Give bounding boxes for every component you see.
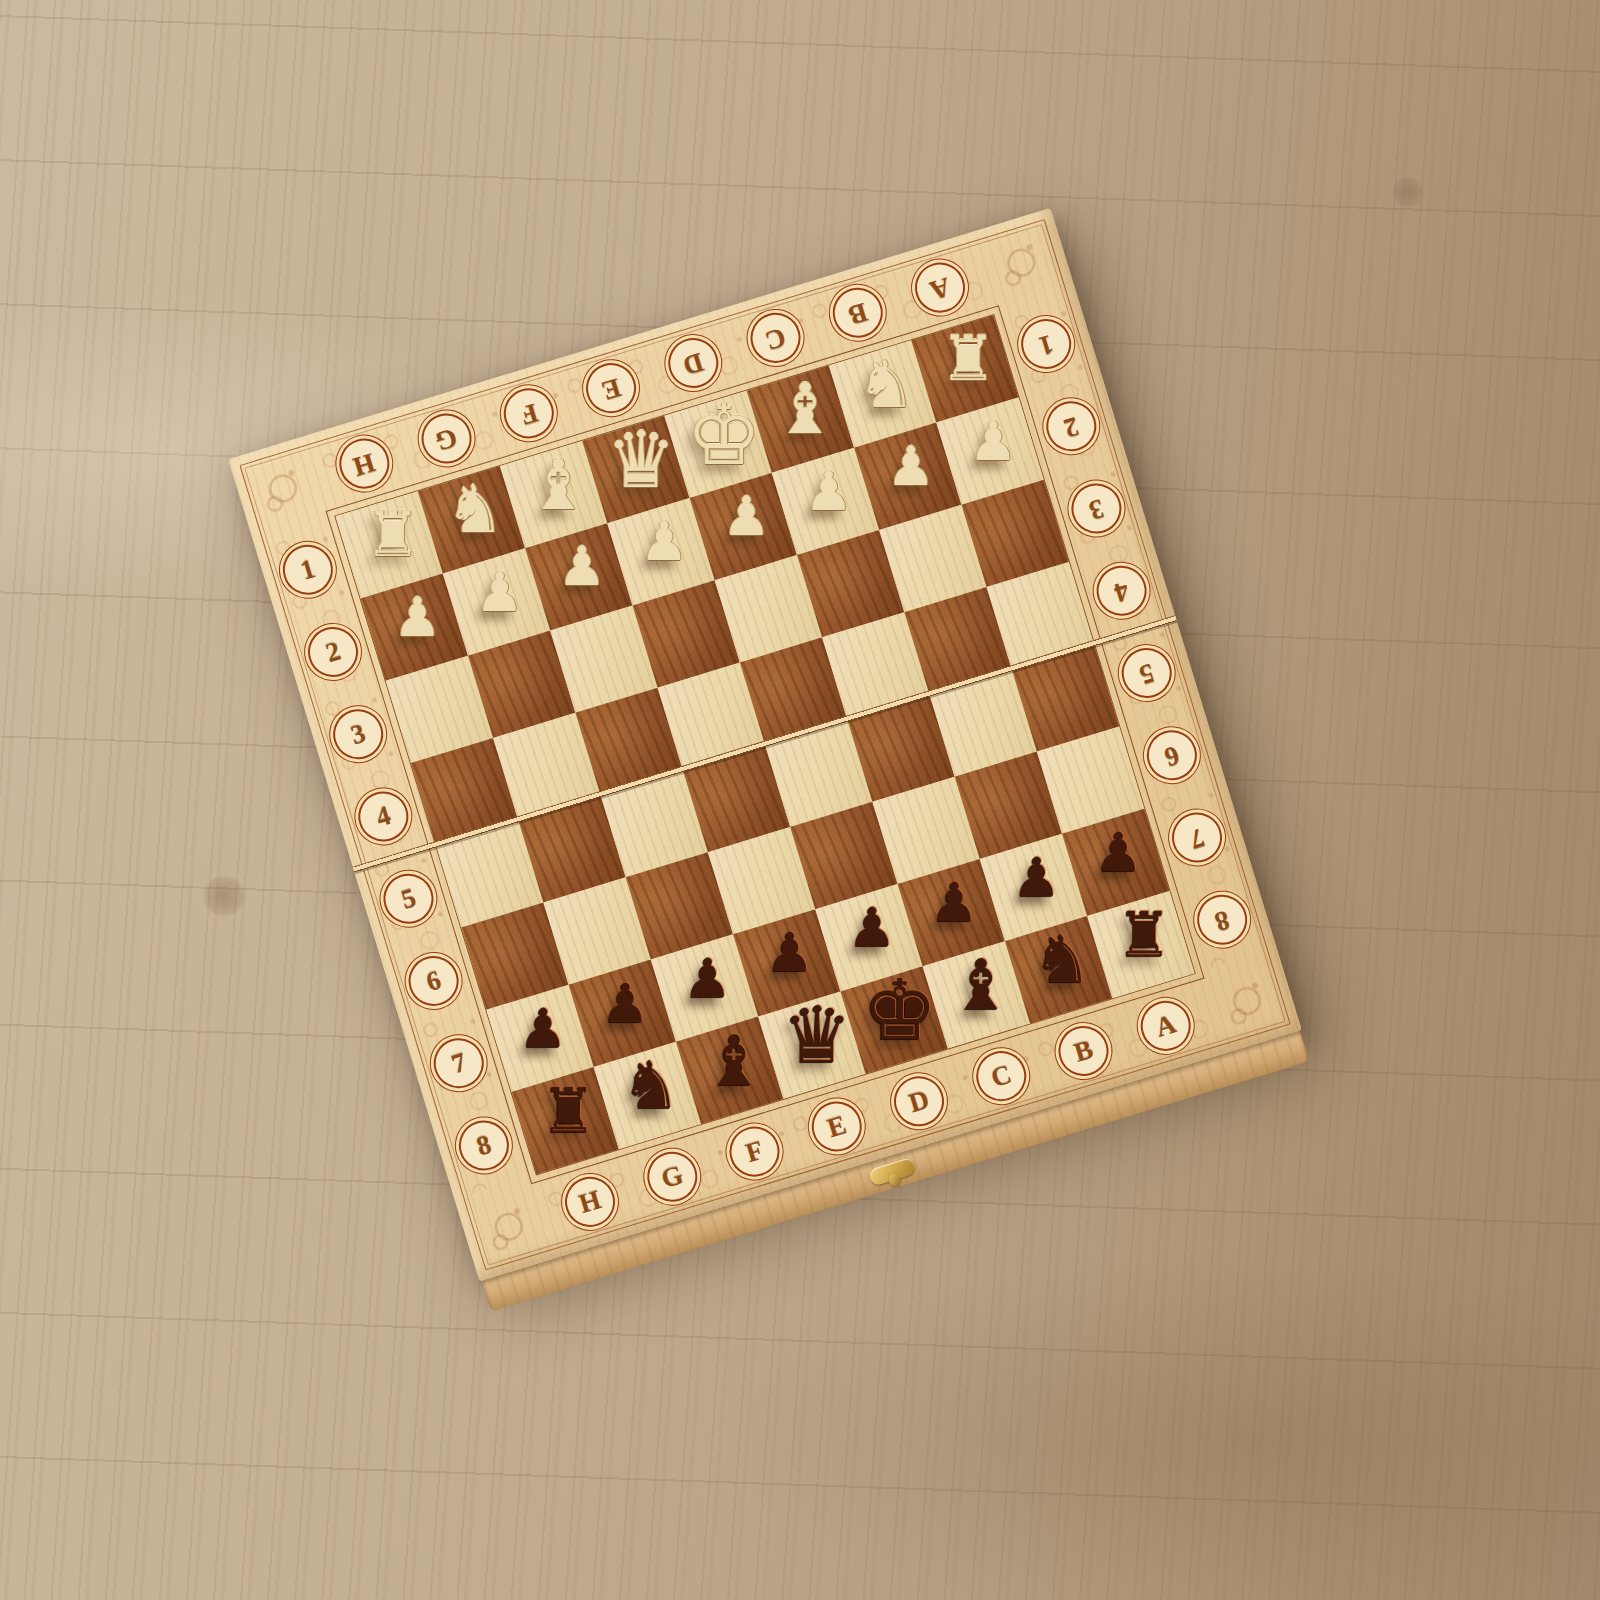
coordinate-medallion: A <box>909 256 971 318</box>
coordinate-medallion: 4 <box>352 785 414 847</box>
coordinate-medallion: G <box>415 407 477 469</box>
coordinate-medallion: A <box>1135 995 1197 1057</box>
black-rook[interactable]: ♜ <box>1117 904 1173 966</box>
coordinate-medallion: 5 <box>377 868 439 930</box>
coordinate-medallion: F <box>723 1120 785 1182</box>
coordinate-label: B <box>845 297 870 328</box>
black-pawn[interactable]: ♟ <box>930 876 978 930</box>
chess-board: HGFEDCBA HGFEDCBA 12345678 12345678 ♜♞♝♛… <box>228 208 1312 1314</box>
coordinate-label: C <box>762 322 789 354</box>
white-pawn[interactable]: ♟ <box>475 566 523 620</box>
coordinate-medallion: 3 <box>327 703 389 765</box>
coordinate-medallion: 1 <box>1015 313 1077 375</box>
coordinate-label: 1 <box>1036 329 1057 359</box>
coordinate-medallion: 8 <box>1191 889 1253 951</box>
coordinate-label: 1 <box>297 555 318 585</box>
brass-clasp[interactable] <box>868 1157 917 1187</box>
black-knight[interactable]: ♞ <box>1033 927 1092 993</box>
coordinate-label: 3 <box>348 719 369 749</box>
white-pawn[interactable]: ♟ <box>722 490 770 544</box>
coordinate-label: 7 <box>448 1048 469 1078</box>
coordinate-medallion: 2 <box>1040 395 1102 457</box>
black-pawn[interactable]: ♟ <box>1012 851 1060 905</box>
coordinate-medallion: F <box>498 382 560 444</box>
coordinate-medallion: E <box>806 1095 868 1157</box>
coordinate-label: 2 <box>1061 411 1082 441</box>
white-pawn[interactable]: ♟ <box>393 591 441 645</box>
black-queen[interactable]: ♛ <box>782 996 852 1074</box>
coordinate-label: G <box>433 422 461 454</box>
black-rook[interactable]: ♜ <box>541 1080 597 1142</box>
white-rook[interactable]: ♜ <box>941 328 997 390</box>
white-bishop[interactable]: ♝ <box>527 450 590 520</box>
coordinate-label: E <box>598 373 623 404</box>
white-bishop[interactable]: ♝ <box>774 375 837 445</box>
black-king[interactable]: ♚ <box>862 968 937 1052</box>
coordinate-medallion: 6 <box>1141 724 1203 786</box>
coordinate-label: E <box>824 1111 849 1142</box>
coordinate-label: 6 <box>423 966 444 996</box>
coordinate-label: D <box>680 347 707 379</box>
white-king[interactable]: ♚ <box>686 392 761 476</box>
coordinate-label: H <box>576 1186 604 1218</box>
scrollwork-corner-icon <box>1212 966 1282 1036</box>
black-pawn[interactable]: ♟ <box>601 977 649 1031</box>
coordinate-label: 5 <box>1136 658 1157 688</box>
board-face: HGFEDCBA HGFEDCBA 12345678 12345678 ♜♞♝♛… <box>228 208 1302 1282</box>
black-knight[interactable]: ♞ <box>622 1053 681 1119</box>
white-pawn[interactable]: ♟ <box>640 515 688 569</box>
coordinate-medallion: D <box>888 1070 950 1132</box>
black-pawn[interactable]: ♟ <box>519 1002 567 1056</box>
coordinate-medallion: 7 <box>428 1032 490 1094</box>
coordinate-label: 4 <box>1111 576 1132 606</box>
white-pawn[interactable]: ♟ <box>557 540 605 594</box>
black-pawn[interactable]: ♟ <box>848 901 896 955</box>
black-pawn[interactable]: ♟ <box>1094 826 1142 880</box>
coordinate-label: 7 <box>1187 823 1208 853</box>
coordinate-label: 6 <box>1161 740 1182 770</box>
coordinate-medallion: 1 <box>277 539 339 601</box>
coordinate-label: H <box>350 448 378 480</box>
black-bishop[interactable]: ♝ <box>950 950 1013 1020</box>
coordinate-label: 8 <box>473 1131 494 1161</box>
coordinate-label: 2 <box>323 637 344 667</box>
table-surface: HGFEDCBA HGFEDCBA 12345678 12345678 ♜♞♝♛… <box>0 0 1600 1600</box>
white-queen[interactable]: ♛ <box>606 421 676 499</box>
coordinate-label: A <box>1152 1010 1179 1042</box>
coordinate-medallion: 4 <box>1090 560 1152 622</box>
coordinate-label: 4 <box>373 802 394 832</box>
white-pawn[interactable]: ♟ <box>886 440 934 494</box>
coordinate-medallion: C <box>744 307 806 369</box>
coordinate-medallion: H <box>559 1171 621 1233</box>
coordinate-medallion: E <box>580 357 642 419</box>
black-pawn[interactable]: ♟ <box>683 952 731 1006</box>
coordinate-label: C <box>988 1060 1015 1092</box>
white-pawn[interactable]: ♟ <box>804 465 852 519</box>
white-rook[interactable]: ♜ <box>365 504 421 566</box>
coordinate-medallion: C <box>970 1045 1032 1107</box>
coordinate-label: D <box>906 1086 933 1118</box>
coordinate-label: B <box>1071 1035 1096 1066</box>
coordinate-label: G <box>658 1161 686 1193</box>
coordinate-medallion: G <box>641 1146 703 1208</box>
coordinate-medallion: B <box>827 282 889 344</box>
coordinate-label: F <box>517 398 541 429</box>
coordinate-medallion: 7 <box>1166 806 1228 868</box>
scrollwork-corner-icon <box>474 1192 544 1262</box>
black-pawn[interactable]: ♟ <box>765 926 813 980</box>
coordinate-label: A <box>927 272 954 304</box>
black-bishop[interactable]: ♝ <box>703 1026 766 1096</box>
coordinate-medallion: 2 <box>302 621 364 683</box>
coordinate-label: 8 <box>1212 905 1233 935</box>
coordinate-medallion: 6 <box>402 950 464 1012</box>
scrollwork-corner-icon <box>986 228 1056 298</box>
coordinate-medallion: 3 <box>1065 477 1127 539</box>
coordinate-medallion: B <box>1052 1020 1114 1082</box>
coordinate-medallion: 5 <box>1116 642 1178 704</box>
coordinate-label: F <box>743 1136 767 1167</box>
white-pawn[interactable]: ♟ <box>969 415 1017 469</box>
coordinate-label: 3 <box>1086 494 1107 524</box>
scrollwork-corner-icon <box>248 454 318 524</box>
coordinate-medallion: H <box>333 432 395 494</box>
coordinate-medallion: 8 <box>453 1114 515 1176</box>
white-knight[interactable]: ♞ <box>857 351 916 417</box>
white-knight[interactable]: ♞ <box>446 477 505 543</box>
coordinate-label: 5 <box>398 884 419 914</box>
